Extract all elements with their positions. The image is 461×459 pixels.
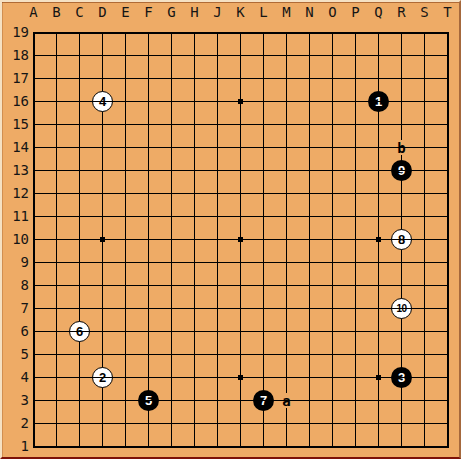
intersection[interactable]: [321, 21, 344, 44]
intersection[interactable]: [68, 159, 91, 182]
intersection[interactable]: [137, 274, 160, 297]
intersection[interactable]: [68, 435, 91, 458]
intersection[interactable]: [275, 182, 298, 205]
intersection[interactable]: [45, 320, 68, 343]
intersection[interactable]: [436, 21, 459, 44]
intersection[interactable]: [367, 412, 390, 435]
intersection[interactable]: [413, 343, 436, 366]
intersection[interactable]: [252, 251, 275, 274]
intersection[interactable]: [91, 113, 114, 136]
intersection[interactable]: [183, 435, 206, 458]
intersection[interactable]: [298, 343, 321, 366]
intersection[interactable]: [45, 366, 68, 389]
intersection[interactable]: [45, 113, 68, 136]
intersection[interactable]: [436, 366, 459, 389]
intersection[interactable]: [137, 21, 160, 44]
intersection[interactable]: [114, 251, 137, 274]
intersection[interactable]: [183, 366, 206, 389]
intersection[interactable]: [390, 251, 413, 274]
intersection[interactable]: [45, 297, 68, 320]
intersection[interactable]: [413, 205, 436, 228]
intersection[interactable]: [160, 435, 183, 458]
intersection[interactable]: [252, 136, 275, 159]
intersection[interactable]: [91, 251, 114, 274]
intersection[interactable]: [45, 412, 68, 435]
intersection[interactable]: [114, 343, 137, 366]
intersection[interactable]: [298, 228, 321, 251]
intersection[interactable]: [367, 136, 390, 159]
intersection[interactable]: [160, 412, 183, 435]
intersection[interactable]: [344, 67, 367, 90]
intersection[interactable]: [183, 136, 206, 159]
intersection[interactable]: a: [275, 389, 298, 412]
intersection[interactable]: [436, 435, 459, 458]
intersection[interactable]: [137, 205, 160, 228]
intersection[interactable]: [45, 251, 68, 274]
intersection[interactable]: [22, 228, 45, 251]
intersection[interactable]: [229, 67, 252, 90]
intersection[interactable]: [275, 90, 298, 113]
intersection[interactable]: [252, 366, 275, 389]
intersection[interactable]: [436, 159, 459, 182]
intersection[interactable]: [436, 389, 459, 412]
intersection[interactable]: [390, 44, 413, 67]
intersection[interactable]: [114, 67, 137, 90]
intersection[interactable]: [91, 343, 114, 366]
intersection[interactable]: [367, 251, 390, 274]
intersection[interactable]: [183, 159, 206, 182]
intersection[interactable]: [344, 136, 367, 159]
intersection[interactable]: [344, 228, 367, 251]
intersection[interactable]: [68, 343, 91, 366]
intersection[interactable]: 8: [390, 228, 413, 251]
intersection[interactable]: [114, 21, 137, 44]
intersection[interactable]: [22, 343, 45, 366]
intersection[interactable]: [344, 343, 367, 366]
intersection[interactable]: [413, 90, 436, 113]
intersection[interactable]: [229, 159, 252, 182]
intersection[interactable]: [367, 159, 390, 182]
intersection[interactable]: [91, 228, 114, 251]
intersection[interactable]: [183, 44, 206, 67]
intersection[interactable]: 2: [91, 366, 114, 389]
intersection[interactable]: [436, 90, 459, 113]
intersection[interactable]: [252, 412, 275, 435]
intersection[interactable]: [298, 297, 321, 320]
intersection[interactable]: [137, 44, 160, 67]
intersection[interactable]: [390, 274, 413, 297]
intersection[interactable]: [275, 343, 298, 366]
intersection[interactable]: b: [390, 136, 413, 159]
intersection[interactable]: [183, 205, 206, 228]
intersection[interactable]: [114, 389, 137, 412]
intersection[interactable]: [206, 320, 229, 343]
intersection[interactable]: [321, 251, 344, 274]
intersection[interactable]: [436, 274, 459, 297]
intersection[interactable]: [367, 435, 390, 458]
intersection[interactable]: [321, 90, 344, 113]
intersection[interactable]: [91, 320, 114, 343]
intersection[interactable]: [436, 44, 459, 67]
intersection[interactable]: [390, 67, 413, 90]
intersection[interactable]: [344, 205, 367, 228]
intersection[interactable]: [344, 159, 367, 182]
intersection[interactable]: [367, 113, 390, 136]
intersection[interactable]: [22, 113, 45, 136]
intersection[interactable]: [252, 113, 275, 136]
intersection[interactable]: [275, 136, 298, 159]
intersection[interactable]: [390, 343, 413, 366]
intersection[interactable]: [321, 274, 344, 297]
intersection[interactable]: [252, 90, 275, 113]
intersection[interactable]: [252, 44, 275, 67]
intersection[interactable]: [45, 44, 68, 67]
intersection[interactable]: [390, 21, 413, 44]
intersection[interactable]: [160, 343, 183, 366]
intersection[interactable]: [206, 228, 229, 251]
intersection[interactable]: [68, 205, 91, 228]
intersection[interactable]: [275, 228, 298, 251]
intersection[interactable]: [206, 90, 229, 113]
intersection[interactable]: [68, 136, 91, 159]
intersection[interactable]: [160, 205, 183, 228]
intersection[interactable]: [390, 412, 413, 435]
intersection[interactable]: [45, 389, 68, 412]
intersection[interactable]: [45, 205, 68, 228]
intersection[interactable]: [229, 435, 252, 458]
intersection[interactable]: [114, 297, 137, 320]
intersection[interactable]: [367, 366, 390, 389]
intersection[interactable]: [45, 90, 68, 113]
intersection[interactable]: [344, 251, 367, 274]
intersection[interactable]: [229, 389, 252, 412]
intersection[interactable]: [68, 67, 91, 90]
intersection[interactable]: [390, 205, 413, 228]
intersection[interactable]: [183, 67, 206, 90]
intersection[interactable]: [206, 44, 229, 67]
intersection[interactable]: [229, 320, 252, 343]
intersection[interactable]: [275, 320, 298, 343]
intersection[interactable]: [413, 21, 436, 44]
intersection[interactable]: [137, 67, 160, 90]
intersection[interactable]: [22, 44, 45, 67]
intersection[interactable]: [344, 389, 367, 412]
intersection[interactable]: [160, 297, 183, 320]
intersection[interactable]: [252, 159, 275, 182]
intersection[interactable]: [252, 435, 275, 458]
intersection[interactable]: [367, 343, 390, 366]
intersection[interactable]: [229, 412, 252, 435]
intersection[interactable]: [367, 320, 390, 343]
intersection[interactable]: [298, 67, 321, 90]
intersection[interactable]: [183, 320, 206, 343]
intersection[interactable]: [114, 90, 137, 113]
intersection[interactable]: [321, 113, 344, 136]
intersection[interactable]: [206, 297, 229, 320]
intersection[interactable]: [45, 182, 68, 205]
intersection[interactable]: [68, 251, 91, 274]
intersection[interactable]: [22, 21, 45, 44]
intersection[interactable]: [22, 251, 45, 274]
intersection[interactable]: [22, 412, 45, 435]
intersection[interactable]: [45, 67, 68, 90]
intersection[interactable]: [367, 182, 390, 205]
intersection[interactable]: [298, 251, 321, 274]
intersection[interactable]: [436, 113, 459, 136]
intersection[interactable]: [344, 274, 367, 297]
intersection[interactable]: [160, 389, 183, 412]
intersection[interactable]: [390, 90, 413, 113]
intersection[interactable]: [229, 343, 252, 366]
intersection[interactable]: [114, 44, 137, 67]
intersection[interactable]: [68, 90, 91, 113]
intersection[interactable]: [367, 21, 390, 44]
intersection[interactable]: [229, 136, 252, 159]
intersection[interactable]: [344, 435, 367, 458]
intersection[interactable]: [413, 182, 436, 205]
intersection[interactable]: [183, 251, 206, 274]
intersection[interactable]: [160, 90, 183, 113]
intersection[interactable]: [183, 182, 206, 205]
intersection[interactable]: [413, 389, 436, 412]
intersection[interactable]: [298, 21, 321, 44]
intersection[interactable]: [91, 67, 114, 90]
intersection[interactable]: [160, 21, 183, 44]
intersection[interactable]: [45, 228, 68, 251]
intersection[interactable]: [45, 343, 68, 366]
intersection[interactable]: [91, 21, 114, 44]
intersection[interactable]: [252, 182, 275, 205]
intersection[interactable]: [68, 21, 91, 44]
intersection[interactable]: [321, 366, 344, 389]
intersection[interactable]: [390, 113, 413, 136]
intersection[interactable]: 5: [137, 389, 160, 412]
intersection[interactable]: [436, 182, 459, 205]
intersection[interactable]: 9: [390, 159, 413, 182]
intersection[interactable]: [390, 435, 413, 458]
intersection[interactable]: [114, 113, 137, 136]
intersection[interactable]: [68, 389, 91, 412]
intersection[interactable]: [275, 366, 298, 389]
intersection[interactable]: [206, 159, 229, 182]
intersection[interactable]: [68, 412, 91, 435]
intersection[interactable]: [114, 136, 137, 159]
intersection[interactable]: [344, 320, 367, 343]
intersection[interactable]: [436, 412, 459, 435]
intersection[interactable]: [252, 205, 275, 228]
intersection[interactable]: [160, 182, 183, 205]
intersection[interactable]: [22, 136, 45, 159]
intersection[interactable]: [436, 136, 459, 159]
intersection[interactable]: [367, 228, 390, 251]
intersection[interactable]: [390, 182, 413, 205]
intersection[interactable]: [160, 228, 183, 251]
intersection[interactable]: [344, 44, 367, 67]
intersection[interactable]: [183, 389, 206, 412]
intersection[interactable]: [275, 412, 298, 435]
intersection[interactable]: [229, 366, 252, 389]
intersection[interactable]: [114, 412, 137, 435]
intersection[interactable]: [321, 136, 344, 159]
intersection[interactable]: [275, 274, 298, 297]
intersection[interactable]: [68, 228, 91, 251]
intersection[interactable]: [413, 113, 436, 136]
intersection[interactable]: [321, 44, 344, 67]
intersection[interactable]: [160, 67, 183, 90]
intersection[interactable]: [413, 251, 436, 274]
intersection[interactable]: [298, 274, 321, 297]
intersection[interactable]: [413, 320, 436, 343]
intersection[interactable]: [137, 435, 160, 458]
intersection[interactable]: [367, 67, 390, 90]
intersection[interactable]: [137, 412, 160, 435]
intersection[interactable]: [252, 320, 275, 343]
intersection[interactable]: [344, 21, 367, 44]
intersection[interactable]: [68, 182, 91, 205]
intersection[interactable]: [206, 182, 229, 205]
intersection[interactable]: [298, 412, 321, 435]
intersection[interactable]: [114, 435, 137, 458]
intersection[interactable]: [367, 297, 390, 320]
intersection[interactable]: 6: [68, 320, 91, 343]
intersection[interactable]: [275, 44, 298, 67]
intersection[interactable]: [275, 159, 298, 182]
intersection[interactable]: [137, 251, 160, 274]
intersection[interactable]: [206, 113, 229, 136]
intersection[interactable]: [91, 274, 114, 297]
intersection[interactable]: [229, 182, 252, 205]
intersection[interactable]: [206, 435, 229, 458]
intersection[interactable]: [206, 274, 229, 297]
intersection[interactable]: [229, 251, 252, 274]
intersection[interactable]: [160, 366, 183, 389]
intersection[interactable]: [91, 297, 114, 320]
intersection[interactable]: [160, 251, 183, 274]
intersection[interactable]: [275, 113, 298, 136]
intersection[interactable]: [321, 297, 344, 320]
intersection[interactable]: [344, 412, 367, 435]
intersection[interactable]: [137, 320, 160, 343]
intersection[interactable]: [252, 297, 275, 320]
intersection[interactable]: [413, 366, 436, 389]
intersection[interactable]: [22, 389, 45, 412]
intersection[interactable]: [68, 274, 91, 297]
intersection[interactable]: [436, 251, 459, 274]
intersection[interactable]: [298, 389, 321, 412]
intersection[interactable]: [321, 182, 344, 205]
intersection[interactable]: 7: [252, 389, 275, 412]
intersection[interactable]: [229, 21, 252, 44]
intersection[interactable]: [344, 297, 367, 320]
intersection[interactable]: [91, 435, 114, 458]
intersection[interactable]: [22, 366, 45, 389]
intersection[interactable]: [252, 67, 275, 90]
intersection[interactable]: [298, 44, 321, 67]
intersection[interactable]: [367, 274, 390, 297]
intersection[interactable]: [137, 182, 160, 205]
intersection[interactable]: [91, 159, 114, 182]
intersection[interactable]: [22, 90, 45, 113]
intersection[interactable]: [137, 113, 160, 136]
intersection[interactable]: [160, 113, 183, 136]
intersection[interactable]: [114, 366, 137, 389]
intersection[interactable]: [436, 320, 459, 343]
intersection[interactable]: [275, 297, 298, 320]
intersection[interactable]: [229, 44, 252, 67]
intersection[interactable]: [137, 159, 160, 182]
intersection[interactable]: [114, 320, 137, 343]
intersection[interactable]: [436, 205, 459, 228]
intersection[interactable]: [298, 320, 321, 343]
intersection[interactable]: [114, 159, 137, 182]
intersection[interactable]: [206, 366, 229, 389]
intersection[interactable]: [321, 159, 344, 182]
intersection[interactable]: [298, 113, 321, 136]
intersection[interactable]: [206, 343, 229, 366]
intersection[interactable]: [91, 182, 114, 205]
intersection[interactable]: 10: [390, 297, 413, 320]
intersection[interactable]: [206, 251, 229, 274]
intersection[interactable]: [160, 44, 183, 67]
intersection[interactable]: [275, 251, 298, 274]
intersection[interactable]: [91, 205, 114, 228]
intersection[interactable]: [252, 228, 275, 251]
intersection[interactable]: [160, 159, 183, 182]
intersection[interactable]: [413, 228, 436, 251]
intersection[interactable]: [275, 205, 298, 228]
intersection[interactable]: [45, 274, 68, 297]
intersection[interactable]: [22, 159, 45, 182]
intersection[interactable]: [321, 389, 344, 412]
intersection[interactable]: [229, 113, 252, 136]
intersection[interactable]: [137, 297, 160, 320]
intersection[interactable]: [390, 389, 413, 412]
intersection[interactable]: [344, 90, 367, 113]
intersection[interactable]: [45, 136, 68, 159]
intersection[interactable]: [229, 274, 252, 297]
intersection[interactable]: [91, 412, 114, 435]
intersection[interactable]: [413, 435, 436, 458]
intersection[interactable]: [436, 343, 459, 366]
intersection[interactable]: [229, 297, 252, 320]
intersection[interactable]: [91, 44, 114, 67]
intersection[interactable]: [413, 274, 436, 297]
intersection[interactable]: [137, 366, 160, 389]
intersection[interactable]: [298, 205, 321, 228]
intersection[interactable]: [137, 136, 160, 159]
intersection[interactable]: [298, 182, 321, 205]
intersection[interactable]: [413, 159, 436, 182]
intersection[interactable]: 3: [390, 366, 413, 389]
intersection[interactable]: [436, 228, 459, 251]
intersection[interactable]: [229, 228, 252, 251]
intersection[interactable]: [275, 67, 298, 90]
intersection[interactable]: [367, 205, 390, 228]
intersection[interactable]: [321, 435, 344, 458]
intersection[interactable]: [367, 44, 390, 67]
intersection[interactable]: [183, 90, 206, 113]
intersection[interactable]: [206, 136, 229, 159]
intersection[interactable]: [114, 274, 137, 297]
intersection[interactable]: [45, 159, 68, 182]
intersection[interactable]: [22, 297, 45, 320]
intersection[interactable]: [22, 205, 45, 228]
intersection[interactable]: [298, 136, 321, 159]
intersection[interactable]: 4: [91, 90, 114, 113]
intersection[interactable]: [22, 67, 45, 90]
intersection[interactable]: [413, 412, 436, 435]
intersection[interactable]: [321, 412, 344, 435]
